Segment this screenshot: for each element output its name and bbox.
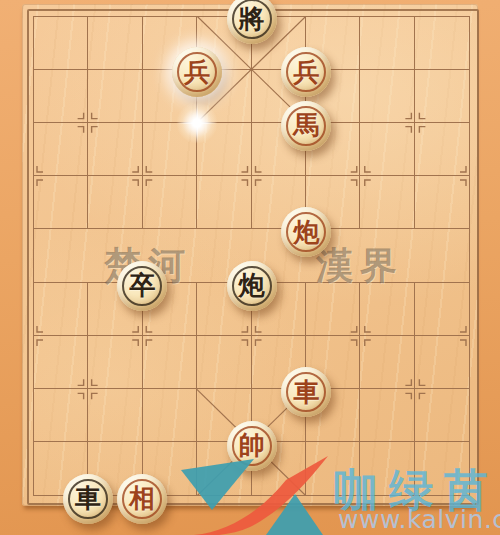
red-soldier-left-glyph: 兵 [172,47,222,97]
board-cell[interactable] [34,389,88,442]
red-elephant-piece[interactable]: 相 [117,474,167,524]
red-cannon-piece[interactable]: 炮 [281,207,331,257]
red-soldier-left-piece[interactable]: 兵 [172,47,222,97]
board-cell[interactable] [197,336,251,389]
board-cell[interactable] [415,176,469,229]
board-cell[interactable] [88,336,142,389]
red-elephant-glyph: 相 [117,474,167,524]
board-cell[interactable] [197,123,251,176]
board-cell[interactable] [360,336,414,389]
black-soldier-glyph: 卒 [117,261,167,311]
board-cell[interactable] [360,283,414,336]
black-cannon-piece[interactable]: 炮 [227,261,277,311]
black-chariot-piece[interactable]: 車 [63,474,113,524]
red-horse-piece[interactable]: 馬 [281,101,331,151]
board-cell[interactable] [415,229,469,282]
board-cell[interactable] [34,336,88,389]
watermark-site-url: www.kalvin.cn [338,505,500,534]
board-cell[interactable] [306,442,360,495]
red-soldier-right-glyph: 兵 [281,47,331,97]
board-cell[interactable] [415,283,469,336]
board-cell[interactable] [34,176,88,229]
board-cell[interactable] [415,17,469,70]
board-cell[interactable] [34,123,88,176]
board-cell[interactable] [143,336,197,389]
board-cell[interactable] [88,17,142,70]
board-cell[interactable] [360,389,414,442]
board-cell[interactable] [306,283,360,336]
red-horse-glyph: 馬 [281,101,331,151]
red-chariot-glyph: 車 [281,367,331,417]
red-soldier-right-piece[interactable]: 兵 [281,47,331,97]
board-cell[interactable] [415,336,469,389]
black-soldier-piece[interactable]: 卒 [117,261,167,311]
board-cell[interactable] [415,70,469,123]
board-cell[interactable] [34,17,88,70]
board-cell[interactable] [88,123,142,176]
board-cell[interactable] [360,17,414,70]
board-cell[interactable] [360,442,414,495]
board-cell[interactable] [88,176,142,229]
board-cell[interactable] [415,442,469,495]
board-cell[interactable] [34,283,88,336]
board-cell[interactable] [88,389,142,442]
black-chariot-glyph: 車 [63,474,113,524]
board-cell[interactable] [360,70,414,123]
xiangqi-game-screen: 楚河 漢界 將兵兵馬炮炮卒車帥車相 咖绿茵 www.kalvin.cn [0,0,500,535]
red-general-piece[interactable]: 帥 [227,421,277,471]
black-general-piece[interactable]: 將 [227,0,277,44]
board-cell[interactable] [143,176,197,229]
board-cell[interactable] [34,229,88,282]
board-cell[interactable] [360,176,414,229]
red-chariot-piece[interactable]: 車 [281,367,331,417]
board-cell[interactable] [34,70,88,123]
board-cell[interactable] [197,176,251,229]
board-cell[interactable] [415,123,469,176]
board-cell[interactable] [143,123,197,176]
red-general-glyph: 帥 [227,421,277,471]
black-general-glyph: 將 [227,0,277,44]
red-cannon-glyph: 炮 [281,207,331,257]
board-cell[interactable] [360,123,414,176]
board-cell[interactable] [143,389,197,442]
board-cell[interactable] [415,389,469,442]
board-cell[interactable] [88,70,142,123]
black-cannon-glyph: 炮 [227,261,277,311]
